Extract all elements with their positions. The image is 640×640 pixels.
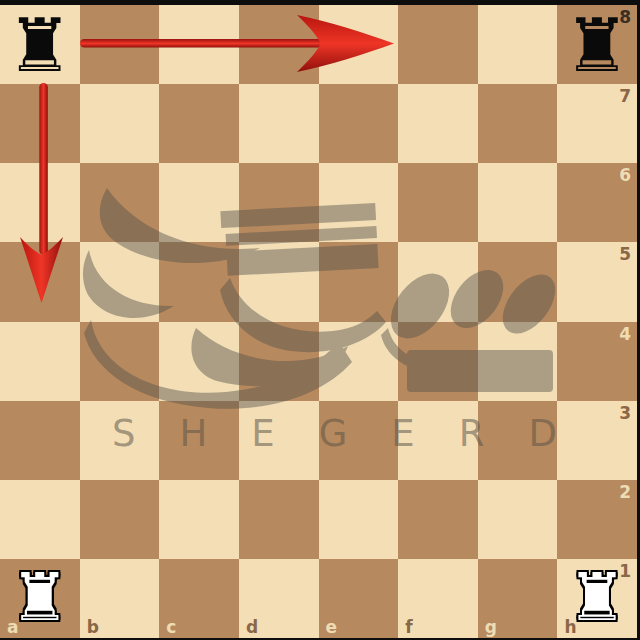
file-label-c: c [166,619,176,636]
square-c4[interactable] [159,322,239,401]
rank-label-7: 7 [619,88,631,105]
square-c8[interactable] [159,5,239,84]
square-f7[interactable] [398,84,478,163]
file-label-g: g [485,619,497,636]
rank-label-5: 5 [619,246,631,263]
square-h8[interactable]: 8♜ [557,5,637,84]
rank-label-3: 3 [619,405,631,422]
square-g7[interactable] [478,84,558,163]
square-h1[interactable]: 1h♜ [557,559,637,638]
file-label-a: a [7,619,18,636]
file-label-f: f [405,619,412,636]
square-a6[interactable] [0,163,80,242]
square-e8[interactable] [319,5,399,84]
square-d8[interactable] [239,5,319,84]
square-c1[interactable]: c [159,559,239,638]
square-b5[interactable] [80,242,160,321]
square-d1[interactable]: d [239,559,319,638]
square-d2[interactable] [239,480,319,559]
file-label-e: e [326,619,338,636]
square-e2[interactable] [319,480,399,559]
square-b2[interactable] [80,480,160,559]
file-label-h: h [564,619,576,636]
square-d5[interactable] [239,242,319,321]
square-e6[interactable] [319,163,399,242]
board[interactable]: ♜8♜765432a♜bcdefg1h♜ [0,5,637,638]
square-g4[interactable] [478,322,558,401]
square-b4[interactable] [80,322,160,401]
square-a5[interactable] [0,242,80,321]
square-h6[interactable]: 6 [557,163,637,242]
chess-lesson-diagram: ♜8♜765432a♜bcdefg1h♜ [0,0,640,640]
square-b8[interactable] [80,5,160,84]
square-h7[interactable]: 7 [557,84,637,163]
rank-label-1: 1 [619,563,631,580]
square-c5[interactable] [159,242,239,321]
square-g2[interactable] [478,480,558,559]
square-e5[interactable] [319,242,399,321]
square-a8[interactable]: ♜ [0,5,80,84]
rank-label-2: 2 [619,484,631,501]
square-f8[interactable] [398,5,478,84]
square-f4[interactable] [398,322,478,401]
square-a7[interactable] [0,84,80,163]
square-h4[interactable]: 4 [557,322,637,401]
square-g8[interactable] [478,5,558,84]
square-a2[interactable] [0,480,80,559]
square-a3[interactable] [0,401,80,480]
square-e1[interactable]: e [319,559,399,638]
watermark-brand-text: SHEGERD [112,412,601,455]
frame-top-bar [0,0,640,5]
square-c6[interactable] [159,163,239,242]
square-f2[interactable] [398,480,478,559]
square-f6[interactable] [398,163,478,242]
square-h2[interactable]: 2 [557,480,637,559]
square-a1[interactable]: a♜ [0,559,80,638]
square-a4[interactable] [0,322,80,401]
square-f1[interactable]: f [398,559,478,638]
square-b6[interactable] [80,163,160,242]
square-d7[interactable] [239,84,319,163]
square-f5[interactable] [398,242,478,321]
square-g1[interactable]: g [478,559,558,638]
square-e4[interactable] [319,322,399,401]
white-rook-a1: ♜ [10,565,69,631]
file-label-b: b [87,619,99,636]
square-d4[interactable] [239,322,319,401]
black-rook-a8: ♜ [7,8,73,82]
square-e7[interactable] [319,84,399,163]
rank-label-4: 4 [619,326,631,343]
rank-label-8: 8 [619,9,631,26]
square-c2[interactable] [159,480,239,559]
square-g6[interactable] [478,163,558,242]
square-b1[interactable]: b [80,559,160,638]
square-c7[interactable] [159,84,239,163]
file-label-d: d [246,619,258,636]
rank-label-6: 6 [619,167,631,184]
square-d6[interactable] [239,163,319,242]
square-g5[interactable] [478,242,558,321]
square-b7[interactable] [80,84,160,163]
square-h5[interactable]: 5 [557,242,637,321]
